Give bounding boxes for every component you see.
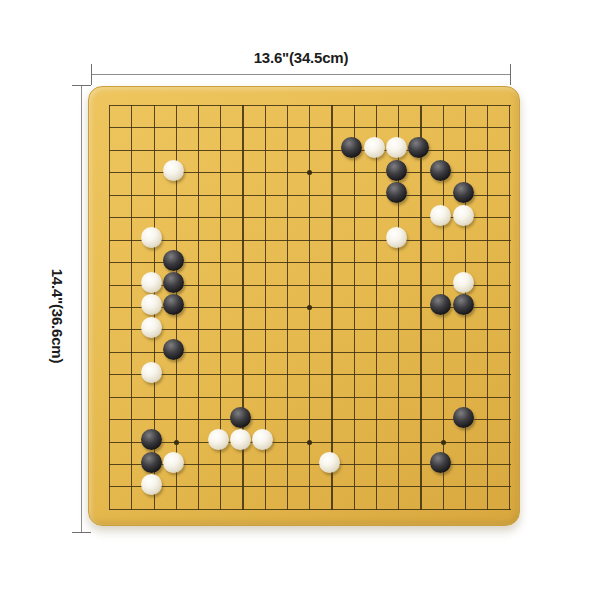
board-cell xyxy=(254,273,276,295)
board-intersections xyxy=(98,94,521,520)
board-cell xyxy=(142,139,164,161)
board-cell xyxy=(276,116,298,138)
board-cell xyxy=(343,228,365,250)
board-cell xyxy=(454,228,476,250)
board-cell xyxy=(98,251,120,273)
board-cell xyxy=(409,94,431,116)
board-cell xyxy=(320,273,342,295)
board-cell xyxy=(454,206,476,228)
board-cell xyxy=(498,475,520,497)
board-cell xyxy=(409,116,431,138)
board-cell xyxy=(387,385,409,407)
board-cell xyxy=(120,408,142,430)
board-cell xyxy=(187,228,209,250)
board-cell xyxy=(120,251,142,273)
board-cell xyxy=(254,318,276,340)
board-cell xyxy=(142,228,164,250)
black-stone xyxy=(341,137,362,158)
board-cell xyxy=(142,184,164,206)
board-cell xyxy=(142,453,164,475)
board-cell xyxy=(187,430,209,452)
board-cell xyxy=(298,341,320,363)
board-cell xyxy=(343,296,365,318)
board-cell xyxy=(254,139,276,161)
board-cell xyxy=(498,498,520,520)
board-cell xyxy=(320,385,342,407)
board-cell xyxy=(187,318,209,340)
board-cell xyxy=(254,498,276,520)
board-cell xyxy=(231,228,253,250)
board-cell xyxy=(343,206,365,228)
board-cell xyxy=(409,161,431,183)
board-cell xyxy=(498,408,520,430)
board-cell xyxy=(165,184,187,206)
board-cell xyxy=(120,94,142,116)
board-cell xyxy=(454,139,476,161)
board-cell xyxy=(165,94,187,116)
board-cell xyxy=(498,453,520,475)
board-cell xyxy=(98,363,120,385)
board-cell xyxy=(387,430,409,452)
board-cell xyxy=(276,184,298,206)
black-stone xyxy=(386,160,407,181)
board-cell xyxy=(165,116,187,138)
board-cell xyxy=(276,94,298,116)
board-cell xyxy=(498,273,520,295)
board-cell xyxy=(387,273,409,295)
board-cell xyxy=(365,453,387,475)
board-cell xyxy=(209,161,231,183)
board-cell xyxy=(142,206,164,228)
board-cell xyxy=(298,498,320,520)
board-cell xyxy=(432,453,454,475)
board-cell xyxy=(476,385,498,407)
board-cell xyxy=(476,251,498,273)
white-stone xyxy=(230,429,251,450)
board-cell xyxy=(365,385,387,407)
board-cell xyxy=(98,116,120,138)
board-cell xyxy=(120,318,142,340)
board-cell xyxy=(476,408,498,430)
board-cell xyxy=(209,116,231,138)
black-stone xyxy=(430,160,451,181)
board-cell xyxy=(231,385,253,407)
board-cell xyxy=(409,296,431,318)
board-cell xyxy=(343,116,365,138)
board-cell xyxy=(298,94,320,116)
dimension-tick xyxy=(72,532,91,533)
board-cell xyxy=(98,273,120,295)
board-cell xyxy=(498,318,520,340)
black-stone xyxy=(141,452,162,473)
board-cell xyxy=(254,453,276,475)
board-cell xyxy=(432,498,454,520)
board-cell xyxy=(254,296,276,318)
board-cell xyxy=(187,94,209,116)
white-stone xyxy=(141,227,162,248)
board-cell xyxy=(476,116,498,138)
board-cell xyxy=(432,116,454,138)
board-cell xyxy=(432,139,454,161)
board-cell xyxy=(187,408,209,430)
board-cell xyxy=(320,94,342,116)
black-stone xyxy=(408,137,429,158)
board-cell xyxy=(365,139,387,161)
board-cell xyxy=(343,273,365,295)
board-cell xyxy=(387,139,409,161)
board-cell xyxy=(365,430,387,452)
board-cell xyxy=(476,453,498,475)
board-cell xyxy=(343,430,365,452)
board-cell xyxy=(298,251,320,273)
board-cell xyxy=(120,453,142,475)
board-cell xyxy=(254,184,276,206)
board-cell xyxy=(498,161,520,183)
board-cell xyxy=(276,228,298,250)
board-cell xyxy=(165,363,187,385)
board-cell xyxy=(254,228,276,250)
white-stone xyxy=(141,272,162,293)
board-cell xyxy=(142,341,164,363)
board-cell xyxy=(187,161,209,183)
board-cell xyxy=(187,184,209,206)
white-stone xyxy=(141,474,162,495)
board-cell xyxy=(476,94,498,116)
black-stone xyxy=(430,294,451,315)
board-cell xyxy=(276,341,298,363)
board-cell xyxy=(387,296,409,318)
board-cell xyxy=(343,475,365,497)
white-stone xyxy=(319,452,340,473)
board-cell xyxy=(142,363,164,385)
board-cell xyxy=(165,475,187,497)
board-cell xyxy=(209,228,231,250)
board-cell xyxy=(476,498,498,520)
board-cell xyxy=(98,341,120,363)
board-cell xyxy=(231,161,253,183)
board-cell xyxy=(409,475,431,497)
board-cell xyxy=(365,341,387,363)
board-cell xyxy=(187,498,209,520)
board-cell xyxy=(320,498,342,520)
board-cell xyxy=(365,318,387,340)
board-cell xyxy=(343,341,365,363)
board-cell xyxy=(231,273,253,295)
board-cell xyxy=(320,318,342,340)
board-cell xyxy=(231,363,253,385)
board-cell xyxy=(498,251,520,273)
board-cell xyxy=(320,453,342,475)
board-cell xyxy=(98,498,120,520)
board-cell xyxy=(165,453,187,475)
board-cell xyxy=(209,273,231,295)
height-dimension-label: 14.4"(36.6cm) xyxy=(49,269,66,364)
black-stone xyxy=(453,407,474,428)
board-cell xyxy=(343,184,365,206)
board-cell xyxy=(98,228,120,250)
product-image: 13.6"(34.5cm) 14.4"(36.6cm) xyxy=(0,0,600,600)
board-cell xyxy=(343,139,365,161)
board-cell xyxy=(276,475,298,497)
go-board xyxy=(88,86,520,526)
board-cell xyxy=(498,385,520,407)
board-cell xyxy=(387,251,409,273)
board-cell xyxy=(454,453,476,475)
board-cell xyxy=(409,385,431,407)
board-cell xyxy=(254,251,276,273)
board-cell xyxy=(276,206,298,228)
board-cell xyxy=(454,385,476,407)
white-stone xyxy=(141,294,162,315)
board-cell xyxy=(320,184,342,206)
board-cell xyxy=(365,475,387,497)
board-cell xyxy=(454,408,476,430)
black-stone xyxy=(141,429,162,450)
board-cell xyxy=(498,116,520,138)
black-stone xyxy=(453,294,474,315)
board-cell xyxy=(320,408,342,430)
board-cell xyxy=(165,251,187,273)
board-cell xyxy=(120,184,142,206)
white-stone xyxy=(453,272,474,293)
board-cell xyxy=(387,94,409,116)
board-cell xyxy=(498,341,520,363)
board-cell xyxy=(120,296,142,318)
board-cell xyxy=(209,139,231,161)
board-cell xyxy=(454,318,476,340)
board-cell xyxy=(409,408,431,430)
board-cell xyxy=(432,385,454,407)
board-cell xyxy=(432,475,454,497)
board-cell xyxy=(231,475,253,497)
board-cell xyxy=(454,94,476,116)
board-cell xyxy=(387,475,409,497)
board-cell xyxy=(320,206,342,228)
board-cell xyxy=(209,341,231,363)
board-cell xyxy=(409,341,431,363)
board-cell xyxy=(165,161,187,183)
board-cell xyxy=(231,453,253,475)
board-cell xyxy=(298,116,320,138)
board-cell xyxy=(165,139,187,161)
board-cell xyxy=(498,296,520,318)
board-cell xyxy=(432,430,454,452)
board-cell xyxy=(432,408,454,430)
board-cell xyxy=(432,296,454,318)
board-cell xyxy=(98,318,120,340)
board-cell xyxy=(498,430,520,452)
board-cell xyxy=(120,363,142,385)
board-cell xyxy=(209,385,231,407)
board-cell xyxy=(320,228,342,250)
board-cell xyxy=(276,498,298,520)
white-stone xyxy=(163,160,184,181)
board-cell xyxy=(276,363,298,385)
board-cell xyxy=(476,184,498,206)
board-cell xyxy=(454,296,476,318)
board-cell xyxy=(187,453,209,475)
board-cell xyxy=(320,116,342,138)
board-cell xyxy=(276,139,298,161)
board-cell xyxy=(476,273,498,295)
board-cell xyxy=(409,139,431,161)
board-cell xyxy=(165,430,187,452)
board-cell xyxy=(387,206,409,228)
board-cell xyxy=(231,296,253,318)
board-cell xyxy=(165,341,187,363)
board-cell xyxy=(254,94,276,116)
board-cell xyxy=(231,318,253,340)
board-cell xyxy=(98,430,120,452)
board-cell xyxy=(343,251,365,273)
board-cell xyxy=(276,318,298,340)
dimension-tick xyxy=(72,85,91,86)
board-cell xyxy=(498,94,520,116)
board-cell xyxy=(343,385,365,407)
board-cell xyxy=(298,363,320,385)
board-cell xyxy=(209,94,231,116)
width-dimension-line xyxy=(91,74,511,75)
board-cell xyxy=(120,430,142,452)
board-cell xyxy=(476,296,498,318)
board-cell xyxy=(432,228,454,250)
board-cell xyxy=(142,116,164,138)
board-cell xyxy=(454,273,476,295)
board-cell xyxy=(498,228,520,250)
board-cell xyxy=(409,363,431,385)
board-cell xyxy=(165,385,187,407)
board-cell xyxy=(432,363,454,385)
white-stone xyxy=(453,205,474,226)
board-cell xyxy=(142,408,164,430)
board-cell xyxy=(454,251,476,273)
board-cell xyxy=(320,430,342,452)
board-cell xyxy=(298,408,320,430)
board-cell xyxy=(276,251,298,273)
board-cell xyxy=(98,296,120,318)
board-cell xyxy=(98,475,120,497)
board-cell xyxy=(454,430,476,452)
board-cell xyxy=(409,228,431,250)
white-stone xyxy=(430,205,451,226)
board-cell xyxy=(276,408,298,430)
board-cell xyxy=(432,206,454,228)
board-cell xyxy=(165,498,187,520)
white-stone xyxy=(163,452,184,473)
black-stone xyxy=(163,339,184,360)
board-cell xyxy=(409,206,431,228)
board-cell xyxy=(454,363,476,385)
board-cell xyxy=(365,94,387,116)
board-cell xyxy=(343,498,365,520)
board-cell xyxy=(409,273,431,295)
board-cell xyxy=(387,363,409,385)
board-cell xyxy=(165,296,187,318)
board-cell xyxy=(409,430,431,452)
board-cell xyxy=(298,139,320,161)
board-cell xyxy=(142,251,164,273)
board-cell xyxy=(98,453,120,475)
board-cell xyxy=(187,116,209,138)
board-cell xyxy=(387,498,409,520)
board-cell xyxy=(432,318,454,340)
board-cell xyxy=(231,341,253,363)
board-cell xyxy=(387,184,409,206)
board-cell xyxy=(276,385,298,407)
board-cell xyxy=(498,139,520,161)
black-stone xyxy=(453,182,474,203)
board-cell xyxy=(165,318,187,340)
board-cell xyxy=(365,498,387,520)
board-cell xyxy=(387,161,409,183)
board-cell xyxy=(476,430,498,452)
board-cell xyxy=(432,251,454,273)
board-cell xyxy=(142,273,164,295)
board-cell xyxy=(320,139,342,161)
board-cell xyxy=(365,184,387,206)
height-dimension-line xyxy=(81,85,82,533)
black-stone xyxy=(163,272,184,293)
board-cell xyxy=(387,453,409,475)
board-cell xyxy=(98,161,120,183)
board-cell xyxy=(120,341,142,363)
board-cell xyxy=(409,498,431,520)
black-stone xyxy=(430,452,451,473)
board-cell xyxy=(209,498,231,520)
board-cell xyxy=(254,385,276,407)
white-stone xyxy=(208,429,229,450)
board-cell xyxy=(298,430,320,452)
board-cell xyxy=(187,273,209,295)
dimension-tick xyxy=(510,64,511,85)
board-cell xyxy=(142,161,164,183)
board-cell xyxy=(298,161,320,183)
board-cell xyxy=(320,251,342,273)
board-cell xyxy=(365,251,387,273)
board-cell xyxy=(142,94,164,116)
board-cell xyxy=(98,184,120,206)
board-cell xyxy=(142,296,164,318)
board-cell xyxy=(454,184,476,206)
board-cell xyxy=(231,206,253,228)
board-cell xyxy=(365,161,387,183)
board-cell xyxy=(209,363,231,385)
board-cell xyxy=(476,318,498,340)
board-cell xyxy=(320,161,342,183)
board-cell xyxy=(254,408,276,430)
board-cell xyxy=(365,408,387,430)
board-cell xyxy=(187,341,209,363)
board-cell xyxy=(254,475,276,497)
board-cell xyxy=(254,116,276,138)
board-cell xyxy=(231,184,253,206)
black-stone xyxy=(163,250,184,271)
board-cell xyxy=(298,206,320,228)
board-cell xyxy=(476,341,498,363)
board-cell xyxy=(209,296,231,318)
board-cell xyxy=(343,408,365,430)
board-cell xyxy=(387,116,409,138)
board-cell xyxy=(454,475,476,497)
board-cell xyxy=(231,498,253,520)
board-cell xyxy=(432,184,454,206)
board-cell xyxy=(187,206,209,228)
board-cell xyxy=(476,161,498,183)
board-cell xyxy=(231,139,253,161)
board-cell xyxy=(98,139,120,161)
board-cell xyxy=(365,296,387,318)
board-cell xyxy=(276,161,298,183)
